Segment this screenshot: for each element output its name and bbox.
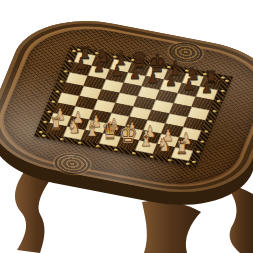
brass-stud — [204, 130, 209, 133]
piece-white-king-e1[interactable]: ♚ — [119, 121, 138, 147]
brass-stud — [38, 131, 43, 134]
brass-stud — [50, 100, 55, 103]
piece-white-bishop-f1[interactable]: ♝ — [139, 129, 154, 150]
carved-chess-table-scene: ♜♞♝♛♚♝♞♜♟♟♟♟♟♟♟♟♟♟♟♟♟♟♟♟♜♞♝♛♚♝♞♜ — [0, 0, 253, 253]
brass-stud — [212, 110, 217, 113]
piece-white-rook-a1[interactable]: ♜ — [50, 115, 63, 133]
piece-white-rook-h1[interactable]: ♜ — [176, 139, 189, 157]
brass-stud — [220, 90, 225, 93]
piece-black-pawn-a7[interactable]: ♟ — [75, 56, 86, 72]
piece-white-knight-g1[interactable]: ♞ — [157, 135, 171, 154]
piece-white-knight-b1[interactable]: ♞ — [67, 117, 81, 136]
brass-stud — [192, 160, 197, 163]
piece-black-pawn-h7[interactable]: ♟ — [201, 80, 212, 96]
brass-stud — [200, 140, 205, 143]
brass-stud — [225, 79, 230, 82]
brass-stud — [208, 120, 213, 123]
brass-stud — [77, 141, 82, 144]
brass-stud — [185, 162, 190, 165]
brass-stud — [95, 145, 100, 148]
brass-stud — [221, 76, 226, 79]
brass-stud — [196, 150, 201, 153]
piece-black-pawn-b7[interactable]: ♟ — [93, 59, 104, 75]
brass-stud — [149, 155, 154, 158]
brass-stud — [42, 120, 47, 123]
brass-stud — [41, 134, 46, 137]
piece-black-pawn-d7[interactable]: ♟ — [129, 66, 140, 82]
piece-white-bishop-c1[interactable]: ♝ — [85, 119, 100, 140]
brass-stud — [55, 90, 60, 93]
table-leg-front — [142, 201, 201, 253]
brass-stud — [59, 80, 64, 83]
piece-black-pawn-c7[interactable]: ♟ — [111, 63, 122, 79]
piece-white-queen-d1[interactable]: ♛ — [101, 119, 118, 143]
piece-black-pawn-e7[interactable]: ♟ — [147, 70, 158, 86]
brass-stud — [216, 100, 221, 103]
brass-stud — [131, 152, 136, 155]
brass-stud — [113, 148, 118, 151]
brass-stud — [59, 138, 64, 141]
brass-stud — [63, 70, 68, 73]
brass-stud — [167, 159, 172, 162]
piece-black-pawn-f7[interactable]: ♟ — [165, 73, 176, 89]
brass-stud — [71, 50, 76, 53]
brass-stud — [67, 60, 72, 63]
piece-black-pawn-g7[interactable]: ♟ — [183, 77, 194, 93]
